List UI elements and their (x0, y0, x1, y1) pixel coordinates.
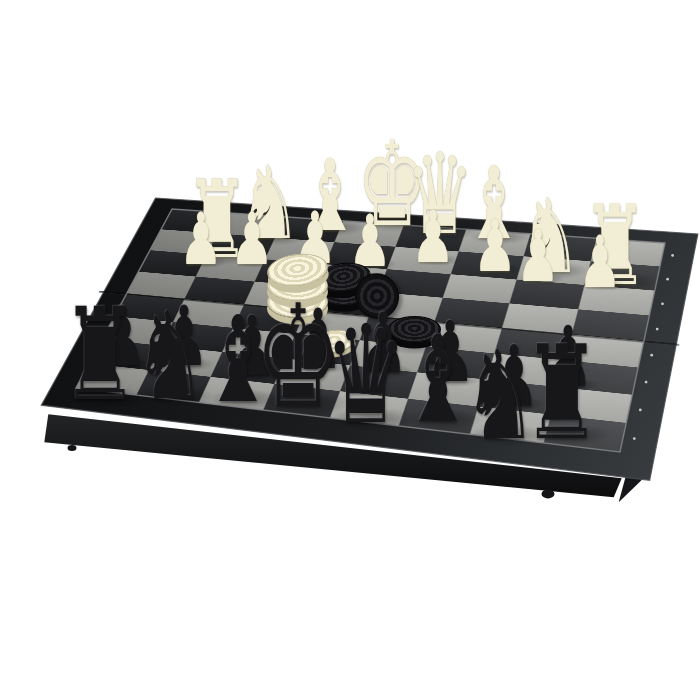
black-rook: ♜ (61, 291, 139, 419)
white-pawn: ♟ (516, 220, 560, 292)
black-rook: ♜ (522, 328, 601, 458)
white-pawn: ♟ (179, 203, 223, 275)
black-queen: ♛ (325, 307, 408, 443)
black-knight: ♞ (133, 296, 207, 417)
chess-set-photo: ♜♞♝♚♛♝♞♜♟♟♟♟♟♟♟♟♜♞♝♚♛♝♞♜♟♟♟♟♟♟♟♟ (0, 0, 700, 700)
white-pawn: ♟ (578, 226, 622, 298)
pieces-layer: ♜♞♝♚♛♝♞♜♟♟♟♟♟♟♟♟♜♞♝♚♛♝♞♜♟♟♟♟♟♟♟♟ (0, 0, 700, 700)
white-pawn: ♟ (230, 203, 274, 275)
white-pawn: ♟ (473, 210, 517, 282)
white-pawn: ♟ (411, 201, 455, 273)
